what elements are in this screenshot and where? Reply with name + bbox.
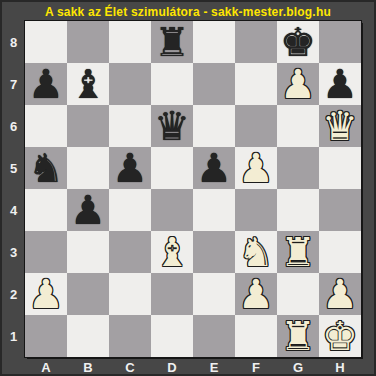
square-d5[interactable] [151, 147, 193, 189]
square-c5[interactable]: ♟ [109, 147, 151, 189]
square-d8[interactable]: ♜ [151, 21, 193, 63]
file-label-f: F [235, 358, 277, 376]
piece-black-king[interactable]: ♚ [280, 22, 316, 62]
square-e6[interactable] [193, 105, 235, 147]
square-f1[interactable] [235, 315, 277, 357]
square-c1[interactable] [109, 315, 151, 357]
piece-white-bishop[interactable]: ♝ [154, 232, 190, 272]
file-label-c: C [109, 358, 151, 376]
piece-black-pawn[interactable]: ♟ [70, 190, 106, 230]
square-c6[interactable] [109, 105, 151, 147]
piece-black-pawn[interactable]: ♟ [28, 64, 64, 104]
square-e2[interactable] [193, 273, 235, 315]
rank-label-1: 1 [2, 315, 25, 357]
square-b3[interactable] [67, 231, 109, 273]
file-label-e: E [193, 358, 235, 376]
square-f4[interactable] [235, 189, 277, 231]
square-f7[interactable] [235, 63, 277, 105]
square-d1[interactable] [151, 315, 193, 357]
square-h4[interactable] [319, 189, 361, 231]
square-b8[interactable] [67, 21, 109, 63]
square-a1[interactable] [25, 315, 67, 357]
chess-app-window: A sakk az Élet szimulátora - sakk-mester… [0, 0, 376, 376]
square-e5[interactable]: ♟ [193, 147, 235, 189]
square-a4[interactable] [25, 189, 67, 231]
square-g2[interactable] [277, 273, 319, 315]
square-d6[interactable]: ♛ [151, 105, 193, 147]
square-a7[interactable]: ♟ [25, 63, 67, 105]
square-e3[interactable] [193, 231, 235, 273]
square-h5[interactable] [319, 147, 361, 189]
file-label-d: D [151, 358, 193, 376]
piece-white-knight[interactable]: ♞ [238, 232, 274, 272]
rank-label-5: 5 [2, 147, 25, 189]
rank-label-7: 7 [2, 63, 25, 105]
square-a8[interactable] [25, 21, 67, 63]
rank-label-4: 4 [2, 189, 25, 231]
square-b2[interactable] [67, 273, 109, 315]
rank-label-2: 2 [2, 273, 25, 315]
square-c3[interactable] [109, 231, 151, 273]
square-a6[interactable] [25, 105, 67, 147]
piece-white-rook[interactable]: ♜ [280, 316, 316, 356]
rank-labels: 87654321 [2, 21, 25, 357]
rank-label-8: 8 [2, 21, 25, 63]
square-f5[interactable]: ♟ [235, 147, 277, 189]
square-c4[interactable] [109, 189, 151, 231]
square-g1[interactable]: ♜ [277, 315, 319, 357]
piece-white-pawn[interactable]: ♟ [322, 274, 358, 314]
square-c8[interactable] [109, 21, 151, 63]
square-f8[interactable] [235, 21, 277, 63]
square-a2[interactable]: ♟ [25, 273, 67, 315]
square-b4[interactable]: ♟ [67, 189, 109, 231]
piece-black-rook[interactable]: ♜ [154, 22, 190, 62]
square-g7[interactable]: ♟ [277, 63, 319, 105]
rank-label-6: 6 [2, 105, 25, 147]
square-b5[interactable] [67, 147, 109, 189]
piece-black-pawn[interactable]: ♟ [322, 64, 358, 104]
square-g4[interactable] [277, 189, 319, 231]
piece-white-pawn[interactable]: ♟ [28, 274, 64, 314]
square-d4[interactable] [151, 189, 193, 231]
piece-black-knight[interactable]: ♞ [28, 148, 64, 188]
page-title: A sakk az Élet szimulátora - sakk-mester… [45, 5, 331, 19]
square-g8[interactable]: ♚ [277, 21, 319, 63]
square-c2[interactable] [109, 273, 151, 315]
square-h7[interactable]: ♟ [319, 63, 361, 105]
square-h8[interactable] [319, 21, 361, 63]
square-f6[interactable] [235, 105, 277, 147]
piece-black-pawn[interactable]: ♟ [196, 148, 232, 188]
piece-black-pawn[interactable]: ♟ [112, 148, 148, 188]
file-label-h: H [319, 358, 361, 376]
piece-white-rook[interactable]: ♜ [280, 232, 316, 272]
square-h1[interactable]: ♚ [319, 315, 361, 357]
piece-white-queen[interactable]: ♛ [322, 106, 358, 146]
square-f3[interactable]: ♞ [235, 231, 277, 273]
square-g3[interactable]: ♜ [277, 231, 319, 273]
square-d3[interactable]: ♝ [151, 231, 193, 273]
square-h3[interactable] [319, 231, 361, 273]
piece-white-pawn[interactable]: ♟ [238, 148, 274, 188]
square-b1[interactable] [67, 315, 109, 357]
piece-black-queen[interactable]: ♛ [154, 106, 190, 146]
square-f2[interactable]: ♟ [235, 273, 277, 315]
file-labels: ABCDEFGH [25, 358, 361, 376]
square-e4[interactable] [193, 189, 235, 231]
file-label-g: G [277, 358, 319, 376]
square-c7[interactable] [109, 63, 151, 105]
chess-board: ♜♚♟♝♟♟♛♛♞♟♟♟♟♝♞♜♟♟♟♜♚ [25, 21, 361, 357]
rank-label-3: 3 [2, 231, 25, 273]
square-e7[interactable] [193, 63, 235, 105]
square-e8[interactable] [193, 21, 235, 63]
square-a5[interactable]: ♞ [25, 147, 67, 189]
file-label-a: A [25, 358, 67, 376]
square-e1[interactable] [193, 315, 235, 357]
square-b6[interactable] [67, 105, 109, 147]
square-a3[interactable] [25, 231, 67, 273]
piece-white-pawn[interactable]: ♟ [280, 64, 316, 104]
square-b7[interactable]: ♝ [67, 63, 109, 105]
piece-white-king[interactable]: ♚ [322, 316, 358, 356]
square-d2[interactable] [151, 273, 193, 315]
square-h2[interactable]: ♟ [319, 273, 361, 315]
piece-black-bishop[interactable]: ♝ [70, 64, 106, 104]
piece-white-pawn[interactable]: ♟ [238, 274, 274, 314]
square-g6[interactable] [277, 105, 319, 147]
square-d7[interactable] [151, 63, 193, 105]
square-g5[interactable] [277, 147, 319, 189]
square-h6[interactable]: ♛ [319, 105, 361, 147]
file-label-b: B [67, 358, 109, 376]
